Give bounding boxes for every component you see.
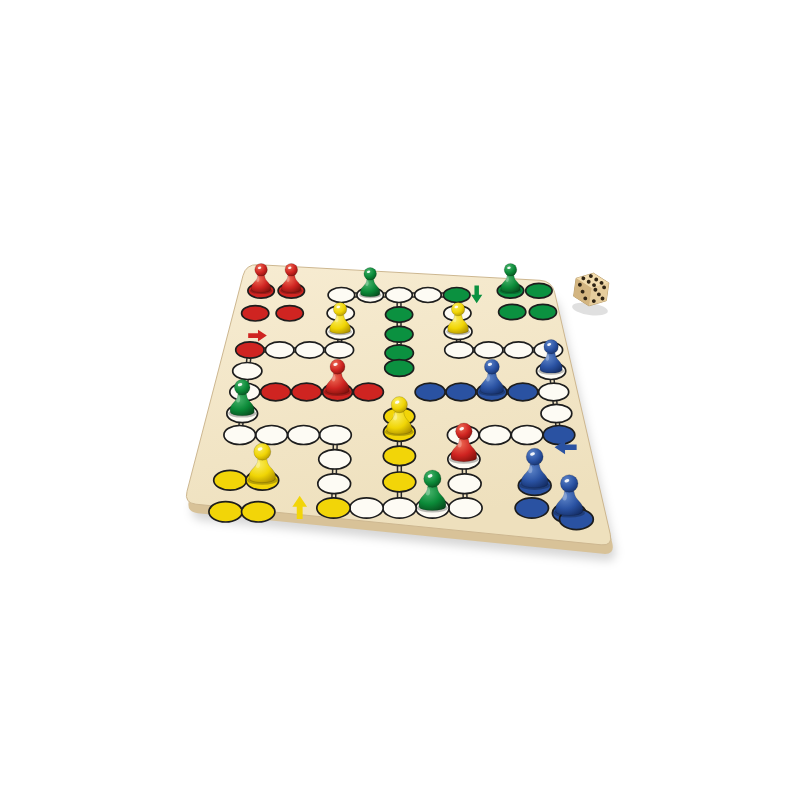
space-run-red-3[interactable] bbox=[353, 383, 383, 401]
space-home-blue-2[interactable] bbox=[515, 498, 548, 518]
space-loop-2[interactable] bbox=[295, 342, 323, 358]
die[interactable] bbox=[571, 271, 612, 318]
space-loop-0-start[interactable] bbox=[236, 342, 264, 358]
space-run-green-0[interactable] bbox=[386, 307, 413, 322]
space-loop-21[interactable] bbox=[511, 426, 543, 445]
space-home-yellow-2[interactable] bbox=[209, 502, 242, 522]
space-loop-25[interactable] bbox=[448, 474, 481, 494]
space-run-blue-3[interactable] bbox=[415, 383, 445, 401]
space-run-green-1[interactable] bbox=[385, 326, 413, 342]
space-loop-14[interactable] bbox=[475, 342, 503, 358]
space-loop-9[interactable] bbox=[415, 288, 442, 303]
space-loop-3[interactable] bbox=[325, 342, 353, 358]
space-loop-39[interactable] bbox=[233, 363, 262, 380]
space-run-yellow-1[interactable] bbox=[383, 446, 415, 465]
space-loop-6-corner-nw[interactable] bbox=[328, 288, 355, 303]
space-loop-28-junction-yellow[interactable] bbox=[383, 498, 416, 518]
ludo-product-photo: Wooden Ludo board with pawns and die bbox=[0, 0, 800, 800]
space-loop-30-start[interactable] bbox=[317, 498, 350, 518]
space-loop-19[interactable] bbox=[541, 404, 572, 422]
space-run-red-1[interactable] bbox=[292, 383, 322, 401]
space-run-green-2[interactable] bbox=[385, 345, 413, 361]
space-run-red-0[interactable] bbox=[261, 383, 291, 401]
space-home-yellow-0[interactable] bbox=[214, 470, 247, 490]
space-run-green-3[interactable] bbox=[385, 360, 414, 377]
space-loop-34[interactable] bbox=[288, 426, 320, 445]
space-loop-15[interactable] bbox=[504, 342, 532, 358]
space-loop-1[interactable] bbox=[266, 342, 294, 358]
space-loop-35[interactable] bbox=[256, 426, 288, 445]
space-loop-8-junction-green[interactable] bbox=[386, 288, 413, 303]
space-loop-33[interactable] bbox=[320, 426, 352, 445]
space-loop-32[interactable] bbox=[319, 450, 351, 469]
space-home-green-3[interactable] bbox=[529, 304, 556, 319]
ludo-board-scene bbox=[0, 0, 800, 800]
space-home-red-2[interactable] bbox=[242, 306, 269, 321]
space-home-red-3[interactable] bbox=[276, 306, 303, 321]
space-home-green-1[interactable] bbox=[526, 283, 552, 298]
space-run-blue-0[interactable] bbox=[508, 383, 538, 401]
space-loop-13[interactable] bbox=[445, 342, 473, 358]
space-loop-31[interactable] bbox=[318, 474, 351, 494]
space-run-blue-2[interactable] bbox=[446, 383, 476, 401]
space-loop-18-junction-blue[interactable] bbox=[539, 383, 569, 401]
space-home-yellow-3[interactable] bbox=[242, 502, 275, 522]
space-loop-22[interactable] bbox=[479, 426, 511, 445]
space-home-green-2[interactable] bbox=[499, 304, 526, 319]
space-loop-10-start[interactable] bbox=[443, 288, 470, 303]
space-loop-26-corner-se[interactable] bbox=[449, 498, 482, 518]
space-loop-20-start[interactable] bbox=[543, 426, 575, 445]
space-loop-29[interactable] bbox=[350, 498, 383, 518]
space-loop-36-corner-sw[interactable] bbox=[224, 426, 256, 445]
space-run-yellow-0[interactable] bbox=[383, 472, 416, 492]
